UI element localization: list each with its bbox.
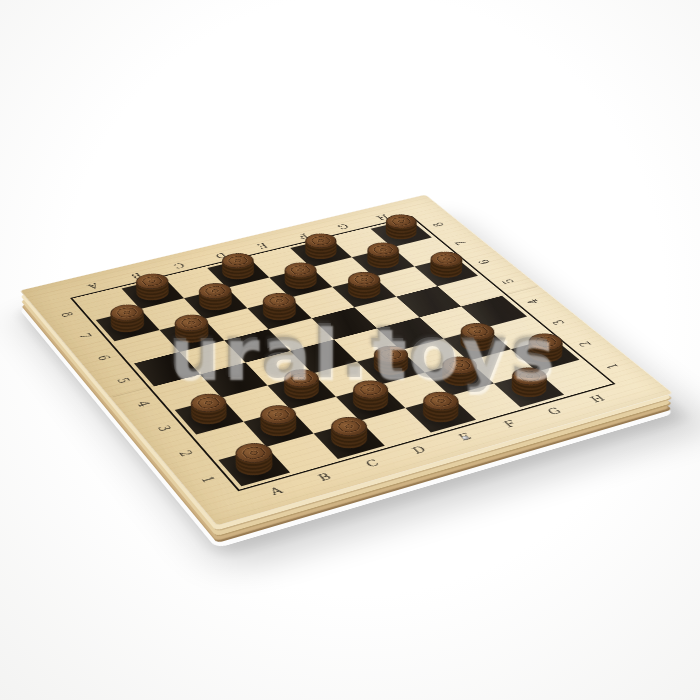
- light-checker-f2: [436, 366, 482, 390]
- light-checker-d2: [347, 390, 394, 414]
- dark-checker-d8: [217, 263, 259, 283]
- dark-checker-f6: [343, 282, 386, 303]
- dark-checker-h8: [381, 224, 422, 243]
- light-checker-c1: [325, 427, 373, 453]
- light-checker-g1: [505, 377, 552, 401]
- rank-label-left-2: 2: [170, 445, 202, 462]
- light-checker-e3: [368, 356, 414, 379]
- file-label-near-A: A: [260, 482, 293, 500]
- file-label-near-H: H: [582, 391, 614, 407]
- dark-checker-e7: [280, 272, 322, 292]
- file-label-near-D: D: [403, 441, 435, 458]
- dark-checker-b8: [132, 283, 174, 304]
- rank-label-left-6: 6: [89, 350, 118, 365]
- light-checker-c3: [279, 379, 325, 403]
- light-checker-e1: [417, 402, 465, 427]
- light-checker-g3: [454, 333, 499, 355]
- rank-label-right-6: 6: [470, 255, 498, 268]
- rank-label-left-3: 3: [148, 420, 179, 437]
- dark-checker-d6: [258, 303, 301, 324]
- dark-checker-a7: [106, 314, 149, 336]
- dark-checker-c7: [194, 293, 237, 314]
- rank-label-left-5: 5: [108, 372, 138, 388]
- file-label-near-G: G: [538, 403, 570, 419]
- square-c3: [267, 373, 335, 409]
- file-label-near-F: F: [494, 416, 526, 433]
- light-checker-a1: [230, 453, 278, 480]
- light-checker-h2: [522, 343, 568, 366]
- file-label-near-C: C: [356, 455, 389, 473]
- square-b2: [244, 409, 314, 447]
- rank-label-right-5: 5: [494, 274, 523, 288]
- rank-label-left-1: 1: [192, 470, 224, 488]
- rank-label-right-7: 7: [447, 236, 475, 249]
- dark-checker-h6: [425, 261, 468, 281]
- dark-checker-b6: [170, 324, 214, 346]
- rank-label-left-8: 8: [53, 307, 81, 321]
- light-checker-a3: [186, 404, 232, 429]
- rank-label-right-8: 8: [425, 218, 452, 230]
- product-photo: AA11BB22CC33DD44EE55FF66GG77HH88 ural.to…: [0, 0, 700, 700]
- dark-checker-f8: [300, 243, 342, 262]
- checkers-board: AA11BB22CC33DD44EE55FF66GG77HH88: [20, 195, 674, 526]
- rank-label-left-7: 7: [70, 328, 99, 343]
- board-3d-wrap: AA11BB22CC33DD44EE55FF66GG77HH88: [20, 195, 674, 526]
- light-checker-b2: [255, 415, 302, 440]
- dark-checker-g7: [362, 252, 404, 272]
- rank-label-left-4: 4: [128, 396, 158, 412]
- file-label-near-B: B: [308, 468, 341, 486]
